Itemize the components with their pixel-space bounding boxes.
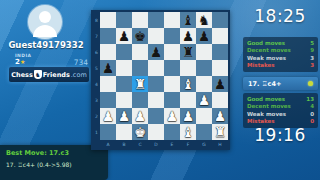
square-a2[interactable]: ♟ [100,108,116,124]
file-label-g: G [196,140,212,148]
square-e3[interactable] [164,92,180,108]
square-e4[interactable] [164,76,180,92]
stat-row-weak: Weak moves0 [247,111,314,119]
square-d7[interactable] [148,28,164,44]
piece-white-pawn[interactable]: ♟ [196,92,212,108]
square-h1[interactable]: ♜ [212,124,228,140]
piece-black-pawn[interactable]: ♟ [196,28,212,44]
square-b1[interactable] [116,124,132,140]
rank-label-6: 6 [93,44,100,60]
piece-white-pawn[interactable]: ♟ [132,108,148,124]
game-screen: Guest49179332 INDIA 2★ 734 Chess♞Friends… [0,0,320,180]
knight-shield-icon: ♞ [34,70,42,79]
square-c1[interactable]: ♚ [132,124,148,140]
piece-white-pawn[interactable]: ♟ [100,108,116,124]
clock-top: 18:25 [244,6,316,26]
rank-label-4: 4 [93,76,100,92]
piece-white-pawn[interactable]: ♟ [212,108,228,124]
brand-text-right: .com [71,71,87,79]
square-e6[interactable] [164,44,180,60]
rank-labels: 87654321 [93,12,100,140]
square-c4[interactable]: ♜ [132,76,148,92]
stats-panel-top: Good moves5Decent moves9Weak moves3Mista… [243,37,318,72]
square-e7[interactable] [164,28,180,44]
square-b8[interactable] [116,12,132,28]
square-g7[interactable]: ♟ [196,28,212,44]
square-c6[interactable] [132,44,148,60]
square-d1[interactable] [148,124,164,140]
rank-label-2: 2 [93,108,100,124]
square-d8[interactable] [148,12,164,28]
player-card-bottom[interactable]: smashingscarf12 UNITED STATES 87★ 1222 [0,80,92,140]
board-squares: ♝♞♟♚♟♟♟♜♟♜♝♟♟♟♟♟♟♟♟♚♝♜ [100,12,228,140]
square-g8[interactable]: ♞ [196,12,212,28]
stat-row-weak: Weak moves3 [247,55,314,63]
square-a7[interactable] [100,28,116,44]
square-h7[interactable] [212,28,228,44]
square-h3[interactable] [212,92,228,108]
square-a4[interactable] [100,76,116,92]
move-quality-dot [308,81,313,86]
square-g6[interactable] [196,44,212,60]
square-h5[interactable] [212,60,228,76]
piece-white-king[interactable]: ♚ [132,124,148,140]
square-a6[interactable] [100,44,116,60]
square-f3[interactable] [180,92,196,108]
rank-label-3: 3 [93,92,100,108]
avatar-top [28,5,62,39]
file-label-h: H [212,140,228,148]
rank-label-1: 1 [93,124,100,140]
file-label-e: E [164,140,180,148]
piece-black-pawn[interactable]: ♟ [212,76,228,92]
player-stars-top: 2★ [15,58,25,66]
square-b5[interactable] [116,60,132,76]
file-label-a: A [100,140,116,148]
brand-text-left: Chess [11,71,33,79]
rank-label-8: 8 [93,12,100,28]
square-h4[interactable]: ♟ [212,76,228,92]
player-name-top[interactable]: Guest49179332 [0,40,92,50]
rank-label-7: 7 [93,28,100,44]
square-b3[interactable] [116,92,132,108]
piece-white-pawn[interactable]: ♟ [164,108,180,124]
square-d5[interactable] [148,60,164,76]
avatar-silhouette-head [39,11,51,23]
rank-label-5: 5 [93,60,100,76]
engine-eval-box: Best Move: 17.c3 17. ♖c4+ (0.4->5.98) [0,145,108,180]
piece-black-rook[interactable]: ♜ [180,44,196,60]
square-b2[interactable]: ♟ [116,108,132,124]
square-b4[interactable] [116,76,132,92]
current-move-row[interactable]: 17. ♖c4+ [243,77,318,90]
brand-text-mid: Friends [43,71,70,79]
piece-white-bishop[interactable]: ♝ [180,124,196,140]
current-move-text: 17. ♖c4+ [248,80,281,88]
square-h6[interactable] [212,44,228,60]
piece-black-bishop[interactable]: ♝ [180,12,196,28]
piece-white-pawn[interactable]: ♟ [180,108,196,124]
player-rating-top: 734 [48,58,88,67]
stat-row-good: Good moves13 [247,96,314,104]
piece-white-rook[interactable]: ♜ [132,76,148,92]
square-f2[interactable]: ♟ [180,108,196,124]
file-label-f: F [180,140,196,148]
square-d2[interactable] [148,108,164,124]
file-label-d: D [148,140,164,148]
square-g1[interactable] [196,124,212,140]
square-h8[interactable] [212,12,228,28]
square-d4[interactable] [148,76,164,92]
avatar-silhouette-body [33,25,57,37]
square-c3[interactable] [132,92,148,108]
square-f4[interactable]: ♝ [180,76,196,92]
stat-row-mistake: Mistakes3 [247,62,314,70]
stat-row-good: Good moves5 [247,40,314,48]
star-icon: ★ [20,58,25,65]
piece-black-pawn[interactable]: ♟ [100,60,116,76]
square-a5[interactable]: ♟ [100,60,116,76]
square-a8[interactable] [100,12,116,28]
piece-black-knight[interactable]: ♞ [196,12,212,28]
square-g3[interactable]: ♟ [196,92,212,108]
best-move-text: Best Move: 17.c3 [6,149,104,157]
square-f7[interactable]: ♟ [180,28,196,44]
piece-black-king[interactable]: ♚ [132,28,148,44]
square-e1[interactable] [164,124,180,140]
player-country-top: INDIA [15,53,31,58]
square-e5[interactable] [164,60,180,76]
played-move-eval-text: 17. ♖c4+ (0.4->5.98) [6,161,104,168]
stat-row-decent: Decent moves4 [247,103,314,111]
piece-white-pawn[interactable]: ♟ [116,108,132,124]
square-b7[interactable]: ♟ [116,28,132,44]
square-a1[interactable] [100,124,116,140]
board-corner [93,140,100,148]
square-g2[interactable] [196,108,212,124]
square-c7[interactable]: ♚ [132,28,148,44]
square-c8[interactable] [132,12,148,28]
square-c2[interactable]: ♟ [132,108,148,124]
square-g4[interactable] [196,76,212,92]
piece-white-bishop[interactable]: ♝ [180,76,196,92]
file-label-b: B [116,140,132,148]
square-d3[interactable] [148,92,164,108]
piece-black-pawn[interactable]: ♟ [180,28,196,44]
square-f6[interactable]: ♜ [180,44,196,60]
stats-panel-bottom: Good moves13Decent moves4Weak moves0Mist… [243,93,318,128]
piece-black-pawn[interactable]: ♟ [148,44,164,60]
file-label-c: C [132,140,148,148]
piece-black-pawn[interactable]: ♟ [116,28,132,44]
stat-row-decent: Decent moves9 [247,47,314,55]
square-g5[interactable] [196,60,212,76]
square-e8[interactable] [164,12,180,28]
square-e2[interactable]: ♟ [164,108,180,124]
square-h2[interactable]: ♟ [212,108,228,124]
piece-white-rook[interactable]: ♜ [212,124,228,140]
file-labels: ABCDEFGH [100,140,228,148]
square-f5[interactable] [180,60,196,76]
clock-bottom: 19:16 [244,125,316,145]
square-c5[interactable] [132,60,148,76]
chess-board: 87654321 ♝♞♟♚♟♟♟♜♟♜♝♟♟♟♟♟♟♟♟♚♝♜ ABCDEFGH [91,10,230,150]
square-d6[interactable]: ♟ [148,44,164,60]
player-card-top[interactable]: Guest49179332 INDIA 2★ 734 [0,0,92,66]
square-f8[interactable]: ♝ [180,12,196,28]
square-f1[interactable]: ♝ [180,124,196,140]
square-a3[interactable] [100,92,116,108]
square-b6[interactable] [116,44,132,60]
